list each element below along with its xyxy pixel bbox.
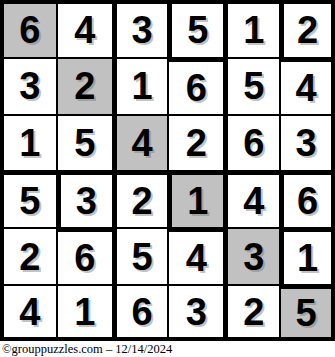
grid-cell-r6c6: 5 bbox=[279, 284, 335, 341]
grid-cell-r4c5: 4 bbox=[223, 170, 279, 227]
grid-cell-r5c2: 6 bbox=[56, 227, 112, 284]
grid-cell-r3c4: 2 bbox=[167, 114, 223, 171]
grid-cell-r1c2: 4 bbox=[56, 0, 112, 57]
cell-value: 1 bbox=[19, 124, 40, 162]
cell-value: 1 bbox=[297, 239, 318, 277]
grid-cell-r5c5: 3 bbox=[223, 227, 279, 284]
grid-cell-r4c1: 5 bbox=[0, 170, 56, 227]
caption-row: ©grouppuzzles.com – 12/14/2024 bbox=[0, 341, 335, 357]
grid-cell-r4c6: 6 bbox=[279, 170, 335, 227]
cell-value: 4 bbox=[132, 124, 153, 162]
grid-cell-r3c6: 3 bbox=[279, 114, 335, 171]
cell-value: 6 bbox=[186, 69, 207, 107]
grid-cell-r3c3: 4 bbox=[112, 114, 168, 171]
cell-value: 6 bbox=[19, 11, 40, 49]
cell-value: 1 bbox=[243, 11, 264, 49]
cell-value: 2 bbox=[297, 11, 318, 49]
grid-cell-r4c4: 1 bbox=[167, 170, 223, 227]
grid-cell-r1c5: 1 bbox=[223, 0, 279, 57]
cell-value: 6 bbox=[297, 182, 318, 220]
grid-cell-r2c6: 4 bbox=[279, 57, 335, 114]
grid-cell-r2c2: 2 bbox=[56, 57, 112, 114]
grid-cell-r5c6: 1 bbox=[279, 227, 335, 284]
grid-cell-r3c2: 5 bbox=[56, 114, 112, 171]
cell-value: 2 bbox=[132, 182, 153, 220]
cell-value: 1 bbox=[74, 293, 95, 331]
grid-cell-r5c4: 4 bbox=[167, 227, 223, 284]
grid-cell-r6c2: 1 bbox=[56, 284, 112, 341]
cell-value: 5 bbox=[296, 294, 317, 332]
grid-cell-r1c4: 5 bbox=[167, 0, 223, 57]
cell-value: 3 bbox=[296, 124, 317, 162]
cell-value: 5 bbox=[19, 182, 40, 220]
grid-cell-r3c1: 1 bbox=[0, 114, 56, 171]
grid-cell-r1c3: 3 bbox=[112, 0, 168, 57]
sudoku-grid: 643512321654154263532146265431416325 bbox=[0, 0, 335, 341]
cell-value: 2 bbox=[74, 67, 95, 105]
cell-value: 3 bbox=[132, 11, 153, 49]
grid-cell-r2c4: 6 bbox=[167, 57, 223, 114]
grid-cell-r2c1: 3 bbox=[0, 57, 56, 114]
cell-value: 6 bbox=[243, 124, 264, 162]
cell-value: 5 bbox=[187, 11, 208, 49]
cell-value: 1 bbox=[132, 67, 153, 105]
cell-value: 1 bbox=[187, 182, 208, 220]
cell-value: 4 bbox=[186, 239, 207, 277]
cell-value: 6 bbox=[132, 293, 153, 331]
grid-cell-r6c3: 6 bbox=[112, 284, 168, 341]
cell-value: 3 bbox=[19, 67, 40, 105]
grid-cell-r6c1: 4 bbox=[0, 284, 56, 341]
grid-cell-r4c2: 3 bbox=[56, 170, 112, 227]
cell-value: 4 bbox=[74, 11, 95, 49]
copyright-caption: ©grouppuzzles.com – 12/14/2024 bbox=[0, 342, 172, 357]
cell-value: 5 bbox=[243, 67, 264, 105]
grid-cell-r4c3: 2 bbox=[112, 170, 168, 227]
grid-cell-r5c3: 5 bbox=[112, 227, 168, 284]
cell-value: 6 bbox=[74, 239, 95, 277]
cell-value: 2 bbox=[243, 293, 264, 331]
grid-cell-r6c5: 2 bbox=[223, 284, 279, 341]
grid-cell-r6c4: 3 bbox=[167, 284, 223, 341]
cell-value: 3 bbox=[243, 238, 264, 276]
grid-cell-r5c1: 2 bbox=[0, 227, 56, 284]
grid-cell-r2c3: 1 bbox=[112, 57, 168, 114]
grid-cell-r1c1: 6 bbox=[0, 0, 56, 57]
cell-value: 5 bbox=[74, 124, 95, 162]
grid-cell-r1c6: 2 bbox=[279, 0, 335, 57]
cell-value: 5 bbox=[132, 238, 153, 276]
cell-value: 3 bbox=[76, 182, 97, 220]
cell-value: 4 bbox=[296, 69, 317, 107]
cell-value: 3 bbox=[186, 293, 207, 331]
grid-cell-r2c5: 5 bbox=[223, 57, 279, 114]
cell-value: 2 bbox=[19, 238, 40, 276]
grid-cell-r3c5: 6 bbox=[223, 114, 279, 171]
cell-value: 2 bbox=[186, 124, 207, 162]
cell-value: 4 bbox=[19, 293, 40, 331]
cell-value: 4 bbox=[243, 182, 264, 220]
